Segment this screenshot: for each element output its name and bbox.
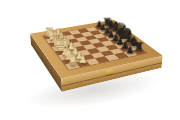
chess-box: ♜♟♟♜♞♟♟♞♝♟♟♝♛♟♟♛♚♟♟♚♝♟♟♝♞♟♟♞♜♟♟♜ [30, 20, 163, 79]
photo-stage: ♜♟♟♜♞♟♟♞♝♟♟♝♛♟♟♛♚♟♟♚♝♟♟♝♞♟♟♞♜♟♟♜ Wooden … [0, 0, 180, 120]
piece-white-rook-h1[interactable]: ♜ [66, 54, 78, 68]
scene: ♜♟♟♜♞♟♟♞♝♟♟♝♛♟♟♛♚♟♟♚♝♟♟♝♞♟♟♞♜♟♟♜ [0, 0, 180, 120]
square-h1[interactable]: ♜ [65, 63, 79, 70]
square-h4[interactable] [95, 56, 109, 63]
brass-clasp-icon [106, 69, 113, 76]
piece-white-pawn-h2[interactable]: ♟ [78, 54, 88, 65]
piece-black-rook-h8[interactable]: ♜ [134, 40, 145, 53]
piece-black-pawn-h7[interactable]: ♟ [126, 45, 135, 55]
